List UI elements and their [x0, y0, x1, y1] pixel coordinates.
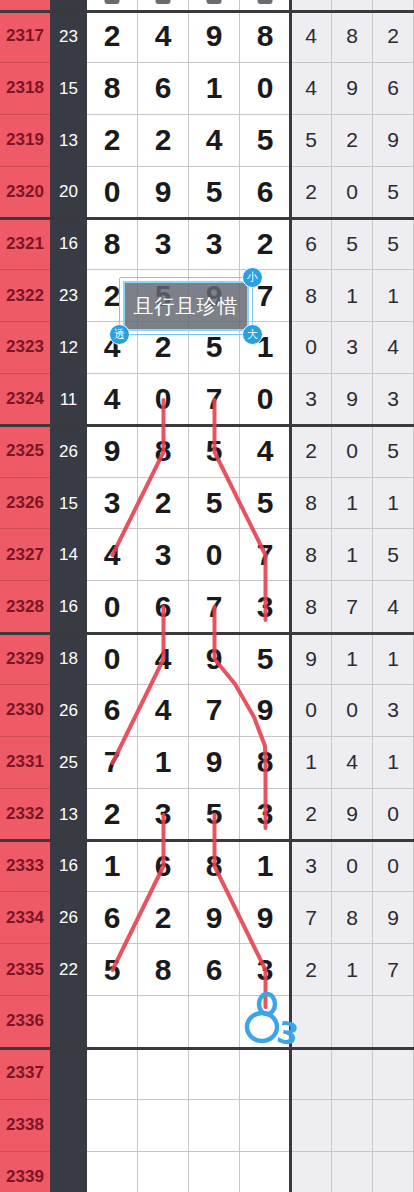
sum-cell: 23: [50, 11, 87, 63]
extra-digit-cell: 3: [291, 841, 332, 893]
period-cell: 2326: [0, 478, 50, 530]
sum-cell: [50, 1048, 87, 1100]
main-digit-cell: 9: [240, 685, 291, 737]
period-cell: 2330: [0, 685, 50, 737]
main-digit-cell: [138, 1152, 189, 1192]
chart-row-2318: 2318158610496: [0, 63, 414, 115]
period-cell: 2318: [0, 63, 50, 115]
sum-cell: 18: [50, 633, 87, 685]
watermark-selection-box[interactable]: 且行且珍惜 小 透 大: [119, 277, 253, 335]
chart-row-2325: 2325269854205: [0, 426, 414, 478]
extra-digit-cell: [373, 996, 414, 1048]
extra-digit-cell: 0: [332, 685, 373, 737]
sum-cell: 26: [50, 685, 87, 737]
main-digit-cell: 0: [87, 633, 138, 685]
extra-digit-cell: 0: [373, 789, 414, 841]
chart-row-2331: 2331257198141: [0, 737, 414, 789]
period-cell: 2320: [0, 167, 50, 219]
extra-digit-cell: 0: [291, 322, 332, 374]
main-digit-cell: 2: [138, 115, 189, 167]
extra-digit-cell: 0: [332, 167, 373, 219]
main-digit-cell: 0: [87, 581, 138, 633]
extra-digit-cell: 3: [373, 374, 414, 426]
main-digit-cell: 6: [87, 685, 138, 737]
main-digit-cell: 2: [240, 218, 291, 270]
extra-digit-cell: 4: [291, 11, 332, 63]
period-cell: 2322: [0, 270, 50, 322]
sum-cell: 16: [50, 218, 87, 270]
sum-cell: 14: [50, 529, 87, 581]
extra-digit-cell: 5: [373, 529, 414, 581]
chart-row-2330: 2330266479003: [0, 685, 414, 737]
chart-row-2328: 2328160673874: [0, 581, 414, 633]
main-digit-cell: 3: [240, 789, 291, 841]
extra-digit-cell: 1: [332, 944, 373, 996]
period-cell: 2324: [0, 374, 50, 426]
main-digit-cell: [189, 1048, 240, 1100]
main-digit-cell: 9: [189, 892, 240, 944]
group-divider: [0, 1047, 414, 1050]
main-digit-cell: 7: [189, 374, 240, 426]
chart-row-2334: 2334266299789: [0, 892, 414, 944]
chart-row-2336: 2336: [0, 996, 414, 1048]
watermark-body[interactable]: 且行且珍惜: [123, 281, 249, 331]
main-digit-cell: 5: [189, 426, 240, 478]
period-cell: 2323: [0, 322, 50, 374]
extra-digit-cell: [291, 996, 332, 1048]
extra-digit-cell: 8: [291, 581, 332, 633]
extra-digit-cell: 4: [332, 737, 373, 789]
main-digit-cell: 3: [240, 581, 291, 633]
main-digit-cell: [240, 996, 291, 1048]
sum-cell: 13: [50, 115, 87, 167]
sum-cell: 11: [50, 374, 87, 426]
main-digit-cell: 3: [87, 478, 138, 530]
main-digit-cell: 6: [189, 944, 240, 996]
main-digit-cell: 7: [87, 737, 138, 789]
extra-digit-cell: 2: [332, 115, 373, 167]
extra-digit-cell: 7: [291, 892, 332, 944]
extra-digit-cell: 1: [332, 270, 373, 322]
main-digit-cell: 8: [240, 737, 291, 789]
extra-digit-cell: 7: [332, 581, 373, 633]
extra-digit-cell: [332, 1152, 373, 1192]
group-divider: [0, 217, 414, 220]
main-digit-cell: 3: [189, 218, 240, 270]
extra-digit-cell: [332, 1100, 373, 1152]
main-digit-cell: 2: [87, 11, 138, 63]
extra-digit-cell: 8: [291, 529, 332, 581]
chart-row-2317: 2317232498482: [0, 11, 414, 63]
main-digit-cell: [138, 996, 189, 1048]
main-digit-cell: [189, 1100, 240, 1152]
cutoff-digit-sliver: [105, 0, 120, 4]
chart-row-2332: 2332132353290: [0, 789, 414, 841]
sum-cell: 16: [50, 841, 87, 893]
chart-row-2324: 2324114070393: [0, 374, 414, 426]
chart-row-2333: 2333161681300: [0, 841, 414, 893]
extra-digit-cell: 0: [373, 841, 414, 893]
sum-cell: [50, 1100, 87, 1152]
main-digit-cell: 8: [87, 218, 138, 270]
chart-grid: 2317232498482231815861049623191322455292…: [0, 0, 414, 1192]
main-digit-cell: 4: [189, 115, 240, 167]
sum-cell: 22: [50, 944, 87, 996]
chart-row-2329: 2329180495911: [0, 633, 414, 685]
extra-digit-cell: [291, 1100, 332, 1152]
watermark-transparency-handle[interactable]: 透: [109, 324, 130, 345]
extra-digit-cell: 9: [373, 892, 414, 944]
watermark-text: 且行且珍惜: [134, 293, 239, 320]
extra-digit-cell: 9: [373, 115, 414, 167]
period-cell: 2333: [0, 841, 50, 893]
extra-digit-cell: 5: [291, 115, 332, 167]
main-digit-cell: 4: [138, 685, 189, 737]
main-digit-cell: 9: [87, 426, 138, 478]
group-divider: [0, 632, 414, 635]
extra-digit-cell: 3: [291, 374, 332, 426]
extra-digit-cell: 1: [373, 737, 414, 789]
extra-digit-cell: 1: [332, 529, 373, 581]
main-digit-cell: 9: [138, 167, 189, 219]
main-digit-cell: 6: [138, 841, 189, 893]
main-digit-cell: 0: [189, 529, 240, 581]
extra-digit-cell: 2: [291, 167, 332, 219]
main-digit-cell: 9: [189, 737, 240, 789]
chart-row-2335: 2335225863217: [0, 944, 414, 996]
extra-digit-cell: [373, 1152, 414, 1192]
extra-digit-cell: 1: [373, 633, 414, 685]
main-digit-cell: 9: [189, 633, 240, 685]
extra-digit-cell: 7: [373, 944, 414, 996]
main-digit-cell: [87, 1100, 138, 1152]
main-digit-cell: 5: [189, 167, 240, 219]
extra-digit-cell: 0: [332, 841, 373, 893]
period-cell: 2329: [0, 633, 50, 685]
extra-digit-cell: 9: [332, 63, 373, 115]
extra-digit-cell: 5: [373, 167, 414, 219]
sum-cell: [50, 1152, 87, 1192]
sum-cell: [50, 996, 87, 1048]
sum-cell: 12: [50, 322, 87, 374]
lottery-trend-chart: 2317232498482231815861049623191322455292…: [0, 0, 414, 1192]
main-digit-cell: 9: [240, 892, 291, 944]
period-cell: 2327: [0, 529, 50, 581]
extra-digit-cell: [373, 1100, 414, 1152]
sum-cell: 26: [50, 892, 87, 944]
main-digit-cell: [240, 1048, 291, 1100]
extra-digit-cell: [291, 1048, 332, 1100]
period-cell: 2325: [0, 426, 50, 478]
main-digit-cell: 3: [138, 789, 189, 841]
main-digit-cell: 4: [240, 426, 291, 478]
group-divider: [0, 839, 414, 842]
chart-row-2327: 2327144307815: [0, 529, 414, 581]
extra-digit-cell: 8: [332, 892, 373, 944]
period-cell: 2339: [0, 1152, 50, 1192]
extra-digit-cell: 1: [373, 478, 414, 530]
main-digit-cell: 5: [240, 633, 291, 685]
sum-cell: 15: [50, 478, 87, 530]
main-digit-cell: 7: [189, 685, 240, 737]
extra-digit-cell: 3: [373, 685, 414, 737]
main-digit-cell: 9: [189, 11, 240, 63]
main-digit-cell: [189, 1152, 240, 1192]
main-digit-cell: [138, 1100, 189, 1152]
main-digit-cell: [189, 996, 240, 1048]
chart-row-2319: 2319132245529: [0, 115, 414, 167]
main-digit-cell: [240, 1152, 291, 1192]
main-digit-cell: 8: [138, 426, 189, 478]
cutoff-digit-sliver: [207, 0, 222, 4]
main-digit-cell: 1: [138, 737, 189, 789]
main-digit-cell: 2: [87, 789, 138, 841]
extra-digit-cell: 2: [291, 789, 332, 841]
main-digit-cell: 5: [240, 478, 291, 530]
main-digit-cell: 4: [87, 374, 138, 426]
extra-digit-cell: 1: [332, 633, 373, 685]
sum-cell: 13: [50, 789, 87, 841]
main-digit-cell: 1: [240, 841, 291, 893]
extra-digit-cell: 4: [291, 63, 332, 115]
extra-digit-cell: 1: [291, 737, 332, 789]
main-digit-cell: 7: [189, 581, 240, 633]
main-digit-cell: 8: [138, 944, 189, 996]
extra-digit-cell: 8: [291, 478, 332, 530]
main-digit-cell: [87, 1152, 138, 1192]
extra-digit-cell: [332, 1048, 373, 1100]
main-digit-cell: 4: [87, 529, 138, 581]
extra-digit-cell: 2: [291, 944, 332, 996]
chart-row-2326: 2326153255811: [0, 478, 414, 530]
group-divider: [0, 424, 414, 427]
watermark-shrink-handle[interactable]: 小: [242, 267, 263, 288]
main-digit-cell: 2: [138, 892, 189, 944]
extra-digit-cell: 0: [332, 426, 373, 478]
period-cell: 2321: [0, 218, 50, 270]
main-digit-cell: 2: [87, 115, 138, 167]
main-digit-cell: 2: [138, 478, 189, 530]
main-digit-cell: 4: [138, 633, 189, 685]
main-digit-cell: 6: [138, 63, 189, 115]
extra-digit-cell: 6: [373, 63, 414, 115]
sum-cell: 15: [50, 63, 87, 115]
main-digit-cell: 4: [138, 11, 189, 63]
extra-digit-cell: [332, 996, 373, 1048]
extra-digit-cell: 5: [373, 426, 414, 478]
main-digit-cell: 6: [240, 167, 291, 219]
main-digit-cell: 6: [87, 892, 138, 944]
chart-row-2321: 2321168332655: [0, 218, 414, 270]
period-cell: 2332: [0, 789, 50, 841]
sum-cell: 16: [50, 581, 87, 633]
sum-cell: 25: [50, 737, 87, 789]
sum-cell: 23: [50, 270, 87, 322]
period-cell: 2338: [0, 1100, 50, 1152]
extra-digit-cell: 2: [373, 11, 414, 63]
chart-row-2338: 2338: [0, 1100, 414, 1152]
main-digit-cell: 7: [240, 529, 291, 581]
watermark-enlarge-handle[interactable]: 大: [242, 324, 263, 345]
group-divider: [0, 10, 414, 13]
cutoff-digit-sliver: [156, 0, 171, 4]
extra-digit-cell: [291, 1152, 332, 1192]
extra-digit-cell: [373, 1048, 414, 1100]
extra-digit-cell: 3: [332, 322, 373, 374]
main-digit-cell: 0: [87, 167, 138, 219]
main-digit-cell: [87, 1048, 138, 1100]
main-digit-cell: 0: [138, 374, 189, 426]
main-digit-cell: 5: [240, 115, 291, 167]
extra-digit-cell: 5: [373, 218, 414, 270]
main-digit-cell: 8: [189, 841, 240, 893]
main-digit-cell: 0: [240, 374, 291, 426]
extra-digit-cell: 4: [373, 581, 414, 633]
main-digit-cell: 5: [87, 944, 138, 996]
extra-digit-cell: 8: [291, 270, 332, 322]
main-digit-cell: 0: [240, 63, 291, 115]
main-digit-cell: 3: [138, 529, 189, 581]
extra-digit-cell: 4: [373, 322, 414, 374]
extra-digit-cell: 9: [291, 633, 332, 685]
period-cell: 2328: [0, 581, 50, 633]
period-cell: 2336: [0, 996, 50, 1048]
cutoff-digit-sliver: [258, 0, 273, 4]
chart-row-2320: 2320200956205: [0, 167, 414, 219]
chart-row-2339: 2339: [0, 1152, 414, 1192]
sum-cell: 20: [50, 167, 87, 219]
main-digit-cell: 1: [189, 63, 240, 115]
period-cell: 2337: [0, 1048, 50, 1100]
main-digit-cell: 8: [87, 63, 138, 115]
extra-digit-cell: 1: [373, 270, 414, 322]
main-digit-cell: 6: [138, 581, 189, 633]
extra-digit-cell: 6: [291, 218, 332, 270]
main-digit-cell: 5: [189, 789, 240, 841]
section-divider: [289, 0, 292, 1192]
extra-digit-cell: 9: [332, 374, 373, 426]
extra-digit-cell: 1: [332, 478, 373, 530]
extra-digit-cell: 2: [291, 426, 332, 478]
main-digit-cell: [138, 1048, 189, 1100]
extra-digit-cell: 8: [332, 11, 373, 63]
main-digit-cell: 8: [240, 11, 291, 63]
main-digit-cell: 5: [189, 478, 240, 530]
period-cell: 2334: [0, 892, 50, 944]
extra-digit-cell: 9: [332, 789, 373, 841]
main-digit-cell: 1: [87, 841, 138, 893]
period-cell: 2317: [0, 11, 50, 63]
main-digit-cell: 3: [138, 218, 189, 270]
main-digit-cell: [87, 996, 138, 1048]
chart-row-2337: 2337: [0, 1048, 414, 1100]
sum-cell: 26: [50, 426, 87, 478]
main-digit-cell: 3: [240, 944, 291, 996]
main-digit-cell: [240, 1100, 291, 1152]
extra-digit-cell: 5: [332, 218, 373, 270]
period-cell: 2331: [0, 737, 50, 789]
period-cell: 2319: [0, 115, 50, 167]
period-cell: 2335: [0, 944, 50, 996]
extra-digit-cell: 0: [291, 685, 332, 737]
